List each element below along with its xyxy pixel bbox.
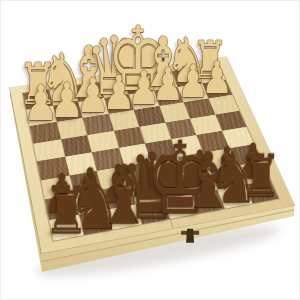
square-a8	[49, 214, 83, 240]
clasp-hook-icon	[186, 229, 194, 243]
board-grid	[23, 65, 278, 241]
product-photo: ♜♞♝♛♚♝♞♜♟♟♟♟♟♟♟♟♟♟♟♟♟♟♟♟♜♞♝♛♚♝♞♜	[0, 0, 300, 300]
hinge-icon	[162, 58, 170, 65]
